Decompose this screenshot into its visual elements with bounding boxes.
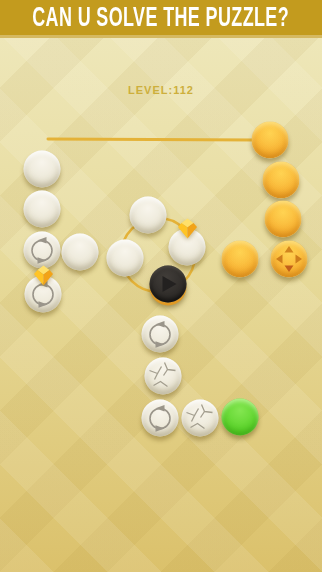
triangle-icon [150, 266, 187, 303]
rotate-icon [142, 400, 179, 437]
dpad-arrows-icon [271, 241, 308, 278]
orange-ball[interactable] [263, 162, 300, 199]
rotate-icon [24, 232, 61, 269]
white-cracked-ball[interactable] [182, 400, 219, 437]
orange-ball[interactable] [222, 241, 259, 278]
white-rotate-gem-ball[interactable] [25, 276, 62, 313]
white-ball[interactable] [107, 240, 144, 277]
white-rotate-ball[interactable] [142, 400, 179, 437]
green-ball[interactable] [222, 399, 259, 436]
white-gem-ball[interactable] [169, 229, 206, 266]
black-triangle-ball[interactable] [150, 266, 187, 303]
game-board: CAN U SOLVE THE PUZZLE? LEVEL:112 [0, 0, 322, 572]
white-cracked-ball[interactable] [145, 358, 182, 395]
white-rotate-ball[interactable] [142, 316, 179, 353]
crack-icon [145, 358, 182, 395]
white-rotate-ball[interactable] [24, 232, 61, 269]
orange-ball[interactable] [265, 201, 302, 238]
white-ball[interactable] [130, 197, 167, 234]
gem-icon [175, 218, 199, 240]
white-ball[interactable] [24, 191, 61, 228]
crack-icon [182, 400, 219, 437]
gem-icon [31, 265, 55, 287]
orange-ball[interactable] [252, 122, 289, 159]
orange-dpad-ball[interactable] [271, 241, 308, 278]
white-ball[interactable] [62, 234, 99, 271]
path-line [48, 139, 268, 140]
white-ball[interactable] [24, 151, 61, 188]
rotate-icon [142, 316, 179, 353]
